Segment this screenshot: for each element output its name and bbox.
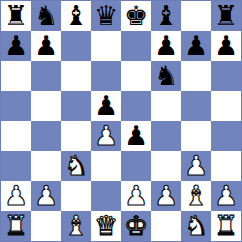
square-c7[interactable] [61,31,91,61]
square-b3[interactable] [31,151,61,181]
square-e3[interactable] [121,151,151,181]
piece-white-pawn: ♟ [94,122,118,149]
square-g6[interactable] [181,61,211,91]
piece-black-pawn: ♟ [214,32,238,59]
square-e7[interactable] [121,31,151,61]
piece-white-rook: ♜ [214,212,238,239]
square-g7[interactable]: ♟ [181,31,211,61]
square-b5[interactable] [31,91,61,121]
piece-black-pawn: ♟ [124,122,148,149]
chess-board: ♜♞♝♛♚♝♜♟♟♟♟♟♞♟♟♟♞♟♟♟♟♟♝♟♜♝♛♚♞♜ [0,0,242,242]
square-d6[interactable] [91,61,121,91]
piece-white-queen: ♛ [94,212,118,239]
square-e6[interactable] [121,61,151,91]
piece-white-pawn: ♟ [4,182,28,209]
piece-black-bishop: ♝ [154,2,178,29]
square-b6[interactable] [31,61,61,91]
piece-white-bishop: ♝ [64,212,88,239]
square-b1[interactable] [31,211,61,241]
square-e4[interactable]: ♟ [121,121,151,151]
square-g1[interactable]: ♞ [181,211,211,241]
square-g4[interactable] [181,121,211,151]
piece-white-knight: ♞ [64,152,88,179]
square-b8[interactable]: ♞ [31,1,61,31]
piece-black-pawn: ♟ [184,32,208,59]
square-f3[interactable] [151,151,181,181]
square-f2[interactable]: ♟ [151,181,181,211]
piece-black-rook: ♜ [4,2,28,29]
square-f5[interactable] [151,91,181,121]
piece-black-knight: ♞ [34,2,58,29]
square-c5[interactable] [61,91,91,121]
square-f7[interactable]: ♟ [151,31,181,61]
piece-white-rook: ♜ [4,212,28,239]
square-h1[interactable]: ♜ [211,211,241,241]
square-d8[interactable]: ♛ [91,1,121,31]
piece-white-bishop: ♝ [184,182,208,209]
square-c4[interactable] [61,121,91,151]
square-g2[interactable]: ♝ [181,181,211,211]
square-h3[interactable] [211,151,241,181]
square-c1[interactable]: ♝ [61,211,91,241]
piece-white-king: ♚ [124,212,148,239]
square-h4[interactable] [211,121,241,151]
piece-black-knight: ♞ [154,62,178,89]
square-b4[interactable] [31,121,61,151]
square-h8[interactable]: ♜ [211,1,241,31]
square-b2[interactable]: ♟ [31,181,61,211]
square-a4[interactable] [1,121,31,151]
square-d4[interactable]: ♟ [91,121,121,151]
square-h6[interactable] [211,61,241,91]
square-e1[interactable]: ♚ [121,211,151,241]
square-h7[interactable]: ♟ [211,31,241,61]
square-a7[interactable]: ♟ [1,31,31,61]
chess-board-container: ♜♞♝♛♚♝♜♟♟♟♟♟♞♟♟♟♞♟♟♟♟♟♝♟♜♝♛♚♞♜ [0,0,242,242]
square-a1[interactable]: ♜ [1,211,31,241]
square-c2[interactable] [61,181,91,211]
piece-white-knight: ♞ [184,212,208,239]
square-a2[interactable]: ♟ [1,181,31,211]
piece-black-bishop: ♝ [64,2,88,29]
piece-black-pawn: ♟ [4,32,28,59]
square-h5[interactable] [211,91,241,121]
square-f6[interactable]: ♞ [151,61,181,91]
piece-black-rook: ♜ [214,2,238,29]
square-e8[interactable]: ♚ [121,1,151,31]
square-b7[interactable]: ♟ [31,31,61,61]
piece-black-king: ♚ [124,2,148,29]
square-g3[interactable]: ♟ [181,151,211,181]
square-d5[interactable]: ♟ [91,91,121,121]
piece-black-pawn: ♟ [34,32,58,59]
piece-black-pawn: ♟ [94,92,118,119]
square-e2[interactable]: ♟ [121,181,151,211]
square-f1[interactable] [151,211,181,241]
piece-white-pawn: ♟ [214,182,238,209]
square-d3[interactable] [91,151,121,181]
piece-white-pawn: ♟ [154,182,178,209]
square-d1[interactable]: ♛ [91,211,121,241]
square-e5[interactable] [121,91,151,121]
square-a3[interactable] [1,151,31,181]
piece-white-pawn: ♟ [124,182,148,209]
square-g5[interactable] [181,91,211,121]
square-h2[interactable]: ♟ [211,181,241,211]
piece-white-pawn: ♟ [34,182,58,209]
square-f8[interactable]: ♝ [151,1,181,31]
square-a6[interactable] [1,61,31,91]
square-f4[interactable] [151,121,181,151]
square-d7[interactable] [91,31,121,61]
square-g8[interactable] [181,1,211,31]
piece-black-queen: ♛ [94,2,118,29]
square-c3[interactable]: ♞ [61,151,91,181]
square-a8[interactable]: ♜ [1,1,31,31]
square-c6[interactable] [61,61,91,91]
square-d2[interactable] [91,181,121,211]
piece-white-pawn: ♟ [184,152,208,179]
square-c8[interactable]: ♝ [61,1,91,31]
square-a5[interactable] [1,91,31,121]
piece-black-pawn: ♟ [154,32,178,59]
